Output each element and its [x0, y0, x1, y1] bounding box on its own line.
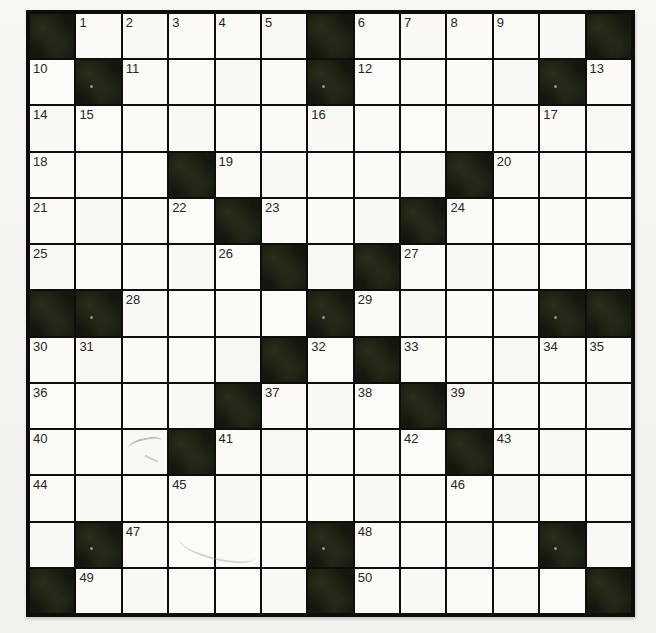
- cell-r13c6[interactable]: [262, 569, 306, 613]
- cell-r12c2-black: [76, 523, 120, 567]
- cell-r7c5[interactable]: [216, 291, 260, 335]
- clue-number-10: 10: [33, 61, 47, 76]
- cell-r13c8[interactable]: 50: [355, 569, 399, 613]
- cell-r11c5[interactable]: [216, 476, 260, 520]
- clue-number-3: 3: [172, 15, 179, 30]
- cell-r10c11[interactable]: 43: [494, 430, 538, 474]
- cell-r6c4[interactable]: [169, 245, 213, 289]
- crossword-page: 1234567891011121314151617181920212223242…: [0, 0, 656, 633]
- cell-r6c6-black: [262, 245, 306, 289]
- cell-r12c10[interactable]: [447, 523, 491, 567]
- cell-r7c11[interactable]: [494, 291, 538, 335]
- cell-r12c11[interactable]: [494, 523, 538, 567]
- cell-r8c13[interactable]: 35: [587, 338, 631, 382]
- clue-number-13: 13: [590, 61, 604, 76]
- clue-number-46: 46: [450, 477, 464, 492]
- clue-number-6: 6: [358, 15, 365, 30]
- cell-r5c13[interactable]: [587, 199, 631, 243]
- clue-number-29: 29: [358, 292, 372, 307]
- clue-number-21: 21: [33, 200, 47, 215]
- cell-r3c2[interactable]: 15: [76, 106, 120, 150]
- cell-r10c4-black: [169, 430, 213, 474]
- cell-r1c8[interactable]: 6: [355, 14, 399, 58]
- cell-r9c4[interactable]: [169, 384, 213, 428]
- cell-r4c11[interactable]: 20: [494, 153, 538, 197]
- clue-number-45: 45: [172, 477, 186, 492]
- cell-r11c7[interactable]: [308, 476, 352, 520]
- cell-r1c1-black: [30, 14, 74, 58]
- cell-r9c6[interactable]: 37: [262, 384, 306, 428]
- cell-r7c2-black: [76, 291, 120, 335]
- cell-r2c13[interactable]: 13: [587, 60, 631, 104]
- cell-r9c8[interactable]: 38: [355, 384, 399, 428]
- cell-r13c13-black: [587, 569, 631, 613]
- cell-r8c7[interactable]: 32: [308, 338, 352, 382]
- cell-r4c7[interactable]: [308, 153, 352, 197]
- cell-r8c10[interactable]: [447, 338, 491, 382]
- cell-r12c12-black: [540, 523, 584, 567]
- clue-number-5: 5: [265, 15, 272, 30]
- cell-r4c5[interactable]: 19: [216, 153, 260, 197]
- cell-r11c3[interactable]: [123, 476, 167, 520]
- clue-number-19: 19: [219, 154, 233, 169]
- cell-r7c6[interactable]: [262, 291, 306, 335]
- cell-r8c3[interactable]: [123, 338, 167, 382]
- cell-r7c12-black: [540, 291, 584, 335]
- clue-number-22: 22: [172, 200, 186, 215]
- cell-r8c4[interactable]: [169, 338, 213, 382]
- crossword-board: 1234567891011121314151617181920212223242…: [26, 10, 635, 617]
- cell-r3c6[interactable]: [262, 106, 306, 150]
- clue-number-34: 34: [543, 339, 557, 354]
- clue-number-8: 8: [450, 15, 457, 30]
- cell-r5c11[interactable]: [494, 199, 538, 243]
- cell-r6c5[interactable]: 26: [216, 245, 260, 289]
- cell-r3c7[interactable]: 16: [308, 106, 352, 150]
- cell-r5c6[interactable]: 23: [262, 199, 306, 243]
- cell-r13c7-black: [308, 569, 352, 613]
- cell-r1c12[interactable]: [540, 14, 584, 58]
- cell-r11c9[interactable]: [401, 476, 445, 520]
- clue-number-16: 16: [311, 107, 325, 122]
- cell-r11c12[interactable]: [540, 476, 584, 520]
- cell-r13c1-black: [30, 569, 74, 613]
- cell-r12c3[interactable]: 47: [123, 523, 167, 567]
- cell-r4c12[interactable]: [540, 153, 584, 197]
- cell-r1c5[interactable]: 4: [216, 14, 260, 58]
- cell-r5c9-black: [401, 199, 445, 243]
- cell-r5c1[interactable]: 21: [30, 199, 74, 243]
- cell-r5c12[interactable]: [540, 199, 584, 243]
- cell-r6c12[interactable]: [540, 245, 584, 289]
- cell-r2c3[interactable]: 11: [123, 60, 167, 104]
- clue-number-17: 17: [543, 107, 557, 122]
- cell-r9c9-black: [401, 384, 445, 428]
- cell-r5c10[interactable]: 24: [447, 199, 491, 243]
- cell-r8c1[interactable]: 30: [30, 338, 74, 382]
- cell-r7c4[interactable]: [169, 291, 213, 335]
- cell-r6c3[interactable]: [123, 245, 167, 289]
- cell-r10c8[interactable]: [355, 430, 399, 474]
- cell-r9c7[interactable]: [308, 384, 352, 428]
- cell-r2c8[interactable]: 12: [355, 60, 399, 104]
- cell-r10c5[interactable]: 41: [216, 430, 260, 474]
- cell-r10c13[interactable]: [587, 430, 631, 474]
- clue-number-2: 2: [126, 15, 133, 30]
- clue-number-18: 18: [33, 154, 47, 169]
- cell-r2c9[interactable]: [401, 60, 445, 104]
- cell-r9c3[interactable]: [123, 384, 167, 428]
- clue-number-14: 14: [33, 107, 47, 122]
- cell-r10c1[interactable]: 40: [30, 430, 74, 474]
- clue-number-12: 12: [358, 61, 372, 76]
- cell-r12c5[interactable]: [216, 523, 260, 567]
- clue-number-31: 31: [79, 339, 93, 354]
- clue-number-39: 39: [450, 385, 464, 400]
- cell-r1c10[interactable]: 8: [447, 14, 491, 58]
- cell-r8c5[interactable]: [216, 338, 260, 382]
- cell-r13c5[interactable]: [216, 569, 260, 613]
- cell-r4c6[interactable]: [262, 153, 306, 197]
- cell-r11c13[interactable]: [587, 476, 631, 520]
- cell-r8c8-black: [355, 338, 399, 382]
- cell-r7c13-black: [587, 291, 631, 335]
- clue-number-32: 32: [311, 339, 325, 354]
- clue-number-11: 11: [126, 61, 140, 76]
- cell-r5c8[interactable]: [355, 199, 399, 243]
- cell-r1c7-black: [308, 14, 352, 58]
- cell-r10c9[interactable]: 42: [401, 430, 445, 474]
- cell-r1c9[interactable]: 7: [401, 14, 445, 58]
- clue-number-25: 25: [33, 246, 47, 261]
- clue-number-47: 47: [126, 524, 140, 539]
- cell-r6c1[interactable]: 25: [30, 245, 74, 289]
- cell-r12c13[interactable]: [587, 523, 631, 567]
- cell-r13c11[interactable]: [494, 569, 538, 613]
- clue-number-50: 50: [358, 570, 372, 585]
- cell-r6c7[interactable]: [308, 245, 352, 289]
- cell-r10c10-black: [447, 430, 491, 474]
- cell-r6c2[interactable]: [76, 245, 120, 289]
- cell-r3c10[interactable]: [447, 106, 491, 150]
- cell-r13c9[interactable]: [401, 569, 445, 613]
- cell-r9c5-black: [216, 384, 260, 428]
- cell-r2c6[interactable]: [262, 60, 306, 104]
- cell-r4c10-black: [447, 153, 491, 197]
- cell-r8c12[interactable]: 34: [540, 338, 584, 382]
- clue-number-44: 44: [33, 477, 47, 492]
- cell-r10c2[interactable]: [76, 430, 120, 474]
- cell-r13c12[interactable]: [540, 569, 584, 613]
- cell-r6c9[interactable]: 27: [401, 245, 445, 289]
- cell-r4c1[interactable]: 18: [30, 153, 74, 197]
- cell-r10c12[interactable]: [540, 430, 584, 474]
- cell-r12c6[interactable]: [262, 523, 306, 567]
- cell-r6c8-black: [355, 245, 399, 289]
- cell-r4c8[interactable]: [355, 153, 399, 197]
- cell-r11c8[interactable]: [355, 476, 399, 520]
- cell-r11c1[interactable]: 44: [30, 476, 74, 520]
- clue-number-4: 4: [219, 15, 226, 30]
- cell-r13c3[interactable]: [123, 569, 167, 613]
- cell-r12c8[interactable]: 48: [355, 523, 399, 567]
- cell-r10c3[interactable]: [123, 430, 167, 474]
- cell-r2c1[interactable]: 10: [30, 60, 74, 104]
- cell-r11c6[interactable]: [262, 476, 306, 520]
- cell-r3c4[interactable]: [169, 106, 213, 150]
- cell-r4c3[interactable]: [123, 153, 167, 197]
- cell-r5c5-black: [216, 199, 260, 243]
- clue-number-35: 35: [590, 339, 604, 354]
- cell-r11c10[interactable]: 46: [447, 476, 491, 520]
- clue-number-40: 40: [33, 431, 47, 446]
- cell-r2c10[interactable]: [447, 60, 491, 104]
- clue-number-38: 38: [358, 385, 372, 400]
- cell-r4c9[interactable]: [401, 153, 445, 197]
- cell-r3c8[interactable]: [355, 106, 399, 150]
- cell-r9c2[interactable]: [76, 384, 120, 428]
- cell-r13c2[interactable]: 49: [76, 569, 120, 613]
- cell-r12c7-black: [308, 523, 352, 567]
- cell-r5c3[interactable]: [123, 199, 167, 243]
- cell-r7c3[interactable]: 28: [123, 291, 167, 335]
- cell-r2c12-black: [540, 60, 584, 104]
- cell-r11c11[interactable]: [494, 476, 538, 520]
- cell-r1c2[interactable]: 1: [76, 14, 120, 58]
- cell-r1c3[interactable]: 2: [123, 14, 167, 58]
- cell-r1c4[interactable]: 3: [169, 14, 213, 58]
- clue-number-41: 41: [219, 431, 233, 446]
- cell-r9c13[interactable]: [587, 384, 631, 428]
- clue-number-33: 33: [404, 339, 418, 354]
- cell-r13c4[interactable]: [169, 569, 213, 613]
- cell-r5c4[interactable]: 22: [169, 199, 213, 243]
- cell-r8c6-black: [262, 338, 306, 382]
- cell-r3c13[interactable]: [587, 106, 631, 150]
- cell-r3c5[interactable]: [216, 106, 260, 150]
- cell-r13c10[interactable]: [447, 569, 491, 613]
- clue-number-23: 23: [265, 200, 279, 215]
- cell-r2c5[interactable]: [216, 60, 260, 104]
- cell-r12c4[interactable]: [169, 523, 213, 567]
- cell-r1c13-black: [587, 14, 631, 58]
- cell-r12c1[interactable]: [30, 523, 74, 567]
- cell-r7c9[interactable]: [401, 291, 445, 335]
- clue-number-15: 15: [79, 107, 93, 122]
- clue-number-43: 43: [497, 431, 511, 446]
- cell-r3c3[interactable]: [123, 106, 167, 150]
- cell-r7c10[interactable]: [447, 291, 491, 335]
- clue-number-36: 36: [33, 385, 47, 400]
- cell-r3c12[interactable]: 17: [540, 106, 584, 150]
- clue-number-20: 20: [497, 154, 511, 169]
- cell-r2c7-black: [308, 60, 352, 104]
- cell-r7c7-black: [308, 291, 352, 335]
- cell-r8c9[interactable]: 33: [401, 338, 445, 382]
- clue-number-42: 42: [404, 431, 418, 446]
- cell-r2c4[interactable]: [169, 60, 213, 104]
- cell-r10c7[interactable]: [308, 430, 352, 474]
- cell-r1c6[interactable]: 5: [262, 14, 306, 58]
- cell-r3c9[interactable]: [401, 106, 445, 150]
- cell-r7c8[interactable]: 29: [355, 291, 399, 335]
- cell-r6c10[interactable]: [447, 245, 491, 289]
- cell-r1c11[interactable]: 9: [494, 14, 538, 58]
- cell-r6c11[interactable]: [494, 245, 538, 289]
- clue-number-28: 28: [126, 292, 140, 307]
- cell-r9c1[interactable]: 36: [30, 384, 74, 428]
- cell-r11c2[interactable]: [76, 476, 120, 520]
- cell-r12c9[interactable]: [401, 523, 445, 567]
- clue-number-48: 48: [358, 524, 372, 539]
- clue-number-1: 1: [79, 15, 86, 30]
- cell-r2c2-black: [76, 60, 120, 104]
- cell-r4c2[interactable]: [76, 153, 120, 197]
- clue-number-26: 26: [219, 246, 233, 261]
- cell-r4c13[interactable]: [587, 153, 631, 197]
- cell-r5c2[interactable]: [76, 199, 120, 243]
- cell-r4c4-black: [169, 153, 213, 197]
- clue-number-27: 27: [404, 246, 418, 261]
- cell-r6c13[interactable]: [587, 245, 631, 289]
- clue-number-49: 49: [79, 570, 93, 585]
- cell-r5c7[interactable]: [308, 199, 352, 243]
- cell-r9c12[interactable]: [540, 384, 584, 428]
- cell-r9c11[interactable]: [494, 384, 538, 428]
- cell-r2c11[interactable]: [494, 60, 538, 104]
- cell-r7c1-black: [30, 291, 74, 335]
- clue-number-37: 37: [265, 385, 279, 400]
- cell-r9c10[interactable]: 39: [447, 384, 491, 428]
- clue-number-9: 9: [497, 15, 504, 30]
- cell-r8c2[interactable]: 31: [76, 338, 120, 382]
- cell-r3c1[interactable]: 14: [30, 106, 74, 150]
- cell-r3c11[interactable]: [494, 106, 538, 150]
- cell-r10c6[interactable]: [262, 430, 306, 474]
- cell-r11c4[interactable]: 45: [169, 476, 213, 520]
- clue-number-30: 30: [33, 339, 47, 354]
- clue-number-7: 7: [404, 15, 411, 30]
- clue-number-24: 24: [450, 200, 464, 215]
- cell-r8c11[interactable]: [494, 338, 538, 382]
